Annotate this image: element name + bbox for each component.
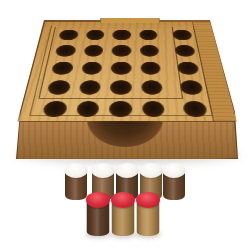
finger-scoop-handle[interactable] <box>87 120 163 149</box>
handle-scoop-icon <box>87 120 163 147</box>
hole-r5c2[interactable] <box>75 101 99 117</box>
peg-red-2[interactable] <box>111 192 135 236</box>
board-top-surface <box>19 22 236 121</box>
box-front-face <box>17 119 237 160</box>
hole-r3c2[interactable] <box>81 62 102 75</box>
hole-r1c2[interactable] <box>85 29 104 40</box>
hole-r5c5[interactable] <box>182 101 207 117</box>
hole-r4c3[interactable] <box>110 80 132 94</box>
wood-knot <box>189 54 192 55</box>
peg-red-1[interactable] <box>86 192 110 236</box>
hole-r4c2[interactable] <box>78 80 101 94</box>
hole-r1c4[interactable] <box>139 29 158 40</box>
hole-r4c4[interactable] <box>141 80 163 94</box>
hole-r2c3[interactable] <box>111 45 130 57</box>
peg-red-3[interactable] <box>136 192 160 236</box>
hole-r5c3[interactable] <box>109 101 132 117</box>
hole-r3c3[interactable] <box>111 62 131 75</box>
hole-grid <box>36 27 213 120</box>
peg-white-1[interactable] <box>65 163 88 201</box>
hole-r5c1[interactable] <box>42 101 67 117</box>
hole-r3c1[interactable] <box>51 62 73 75</box>
peg-white-cap <box>163 163 186 178</box>
hole-r5c4[interactable] <box>141 101 164 117</box>
lid-back-tab <box>100 18 160 23</box>
scene <box>0 0 250 250</box>
peg-white-cap <box>92 163 115 178</box>
hole-r2c1[interactable] <box>55 45 76 57</box>
peg-white-cap <box>140 163 163 178</box>
wood-knot <box>180 71 184 72</box>
hole-r4c1[interactable] <box>47 80 71 94</box>
hole-r2c2[interactable] <box>83 45 103 57</box>
peg-white-5[interactable] <box>163 163 186 201</box>
hole-r4c5[interactable] <box>179 80 203 94</box>
hole-r3c5[interactable] <box>177 62 199 75</box>
peg-white-cap <box>65 163 88 178</box>
hole-r1c5[interactable] <box>172 29 192 40</box>
peg-red-cap <box>111 192 135 208</box>
hole-r1c1[interactable] <box>58 29 78 40</box>
peg-red-cap <box>86 192 110 208</box>
hole-r1c3[interactable] <box>112 29 131 40</box>
hole-r3c4[interactable] <box>140 62 161 75</box>
hole-r2c4[interactable] <box>139 45 159 57</box>
peg-white-cap <box>116 163 139 178</box>
peg-red-cap <box>136 192 160 208</box>
